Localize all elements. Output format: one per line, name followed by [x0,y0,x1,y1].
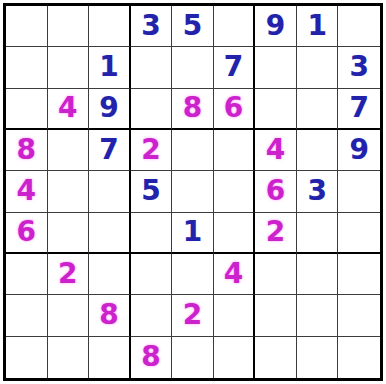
cell-r9c2[interactable] [48,337,90,378]
sudoku-board: 35911734986787249456361224828 [3,3,383,381]
cell-r7c2[interactable]: 2 [48,254,90,295]
cell-r9c9[interactable] [338,337,380,378]
cell-r3c9[interactable]: 7 [338,89,380,130]
cell-r2c9[interactable]: 3 [338,47,380,88]
cell-r2c1[interactable] [6,47,48,88]
cell-r7c5[interactable] [172,254,214,295]
cell-r8c3[interactable]: 8 [89,295,131,336]
cell-r1c5[interactable]: 5 [172,6,214,47]
cell-r9c8[interactable] [297,337,339,378]
cell-r7c4[interactable] [131,254,173,295]
cell-r9c1[interactable] [6,337,48,378]
cell-r4c8[interactable] [297,130,339,171]
cell-r5c7[interactable]: 6 [255,171,297,212]
cell-r1c3[interactable] [89,6,131,47]
cell-r2c3[interactable]: 1 [89,47,131,88]
cell-r2c8[interactable] [297,47,339,88]
cell-r9c6[interactable] [214,337,256,378]
cell-r3c2[interactable]: 4 [48,89,90,130]
cell-r8c7[interactable] [255,295,297,336]
cell-r5c6[interactable] [214,171,256,212]
cell-r9c3[interactable] [89,337,131,378]
cell-r1c7[interactable]: 9 [255,6,297,47]
cell-r6c4[interactable] [131,213,173,254]
cell-r8c6[interactable] [214,295,256,336]
cell-r2c4[interactable] [131,47,173,88]
cell-r6c9[interactable] [338,213,380,254]
cell-r4c7[interactable]: 4 [255,130,297,171]
cell-r3c1[interactable] [6,89,48,130]
cell-r1c1[interactable] [6,6,48,47]
cell-r5c2[interactable] [48,171,90,212]
cell-r4c2[interactable] [48,130,90,171]
cell-r1c9[interactable] [338,6,380,47]
cell-r7c9[interactable] [338,254,380,295]
cell-r8c9[interactable] [338,295,380,336]
cell-r3c3[interactable]: 9 [89,89,131,130]
cell-r8c4[interactable] [131,295,173,336]
cell-r3c8[interactable] [297,89,339,130]
cell-r3c7[interactable] [255,89,297,130]
cell-r9c4[interactable]: 8 [131,337,173,378]
cell-r8c2[interactable] [48,295,90,336]
cell-r2c5[interactable] [172,47,214,88]
cell-r3c6[interactable]: 6 [214,89,256,130]
cell-r6c1[interactable]: 6 [6,213,48,254]
cell-r4c4[interactable]: 2 [131,130,173,171]
cell-r2c7[interactable] [255,47,297,88]
cell-r4c9[interactable]: 9 [338,130,380,171]
cell-r7c8[interactable] [297,254,339,295]
cell-r4c6[interactable] [214,130,256,171]
cell-r5c1[interactable]: 4 [6,171,48,212]
cell-r4c5[interactable] [172,130,214,171]
sudoku-board-wrapper: 35911734986787249456361224828 [3,3,383,381]
cell-r5c8[interactable]: 3 [297,171,339,212]
cell-r7c3[interactable] [89,254,131,295]
cell-r5c3[interactable] [89,171,131,212]
cell-r8c5[interactable]: 2 [172,295,214,336]
cell-r6c7[interactable]: 2 [255,213,297,254]
cell-r6c3[interactable] [89,213,131,254]
cell-r9c7[interactable] [255,337,297,378]
cell-r1c2[interactable] [48,6,90,47]
cell-r6c8[interactable] [297,213,339,254]
cell-r4c1[interactable]: 8 [6,130,48,171]
cell-r6c6[interactable] [214,213,256,254]
cell-r6c5[interactable]: 1 [172,213,214,254]
cell-r1c6[interactable] [214,6,256,47]
cell-r2c6[interactable]: 7 [214,47,256,88]
cell-r5c4[interactable]: 5 [131,171,173,212]
cell-r7c7[interactable] [255,254,297,295]
cell-r6c2[interactable] [48,213,90,254]
cell-r7c6[interactable]: 4 [214,254,256,295]
cell-r5c5[interactable] [172,171,214,212]
cell-r1c8[interactable]: 1 [297,6,339,47]
cell-r1c4[interactable]: 3 [131,6,173,47]
cell-r2c2[interactable] [48,47,90,88]
cell-r3c4[interactable] [131,89,173,130]
cell-r5c9[interactable] [338,171,380,212]
cell-r9c5[interactable] [172,337,214,378]
cell-r7c1[interactable] [6,254,48,295]
cell-r4c3[interactable]: 7 [89,130,131,171]
cell-r8c1[interactable] [6,295,48,336]
cell-r3c5[interactable]: 8 [172,89,214,130]
cell-r8c8[interactable] [297,295,339,336]
